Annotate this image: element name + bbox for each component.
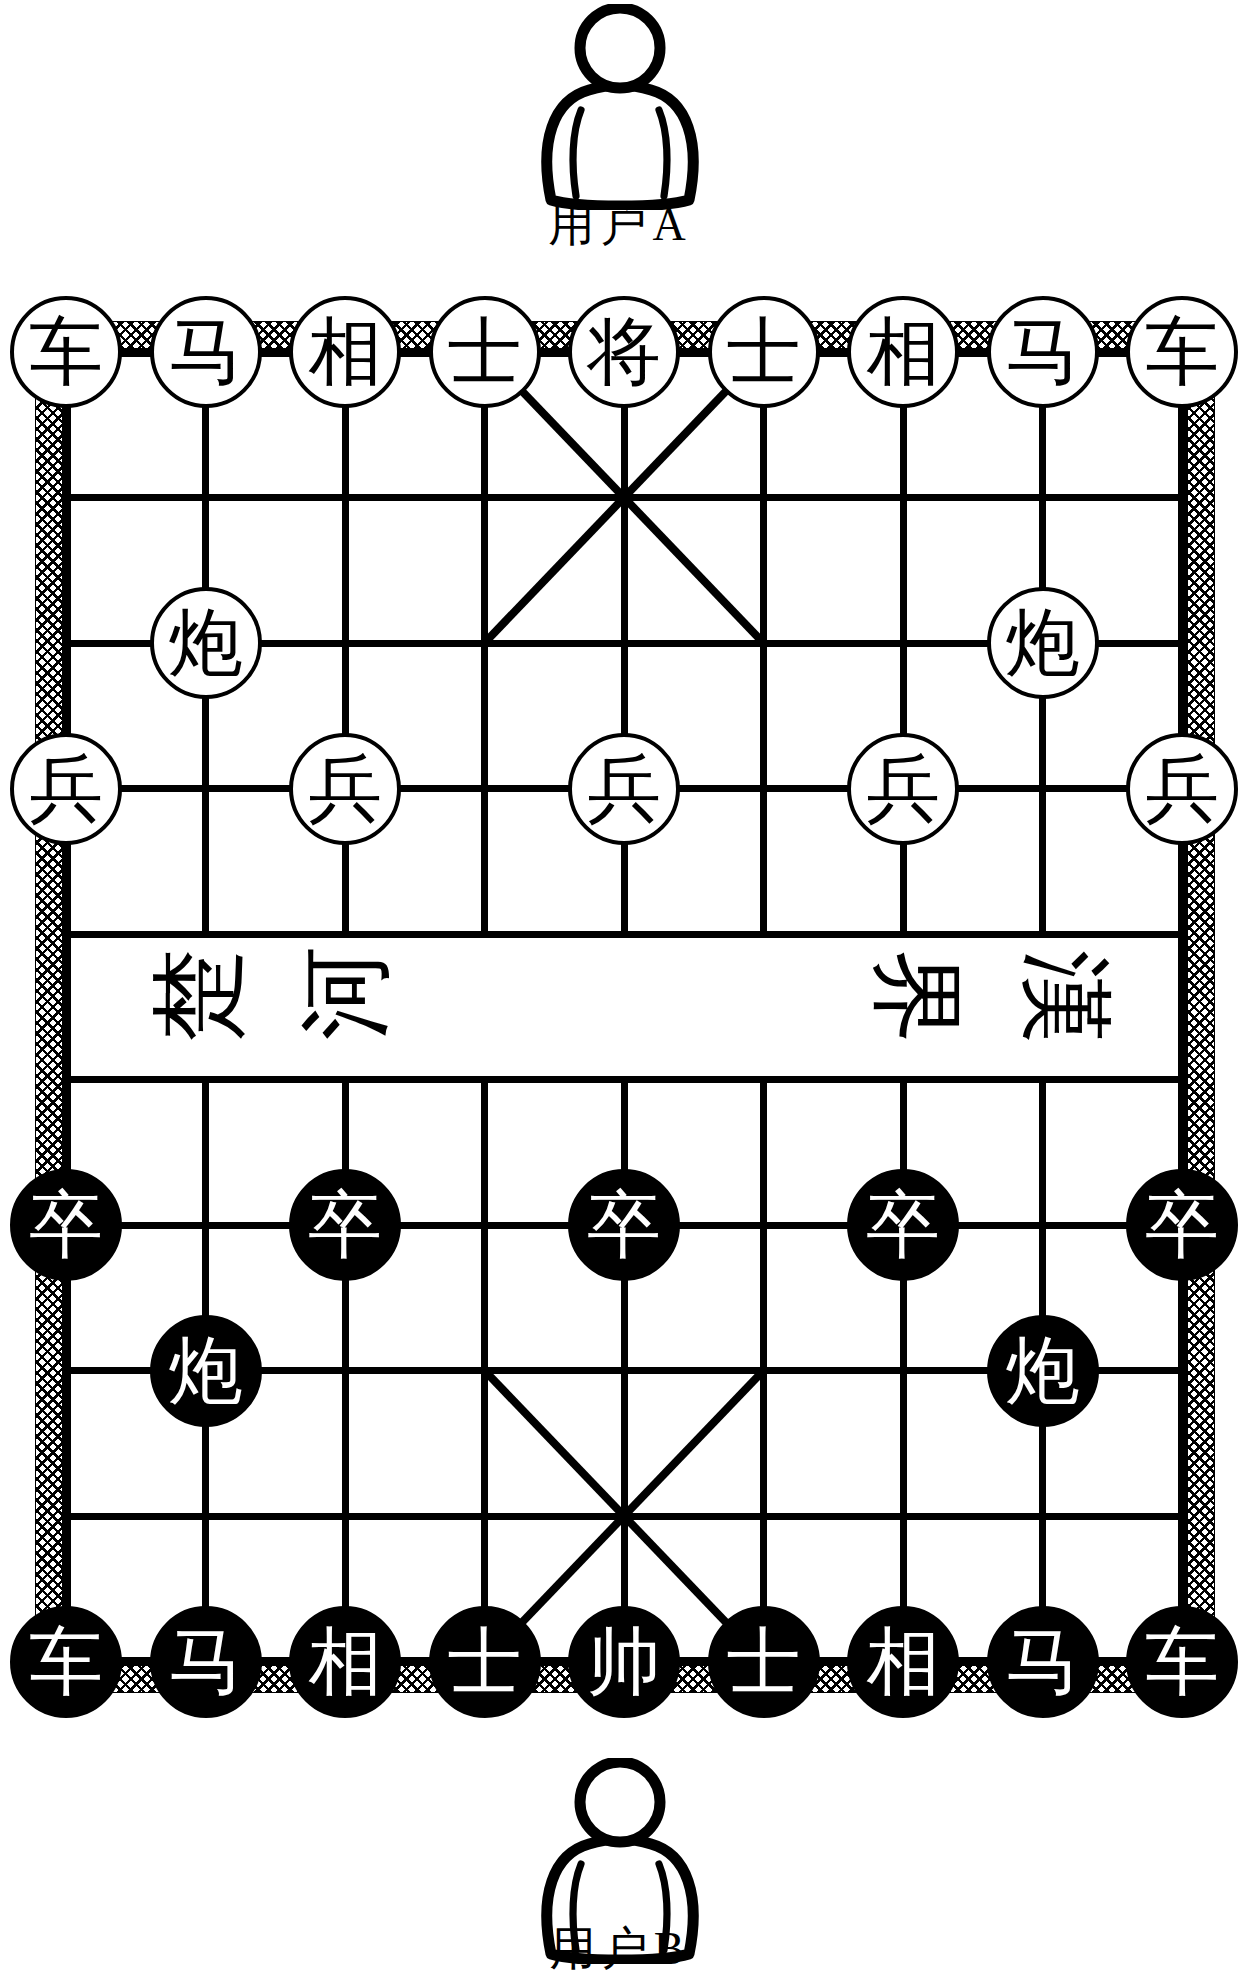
piece-马-top[interactable]: 马 — [150, 296, 262, 408]
piece-卒-bottom[interactable]: 卒 — [1126, 1169, 1238, 1281]
user-a-icon — [523, 4, 717, 210]
river-text-he: 河 — [298, 946, 392, 1040]
user-a-head — [580, 8, 660, 88]
piece-将-top[interactable]: 将 — [568, 296, 680, 408]
piece-马-top[interactable]: 马 — [987, 296, 1099, 408]
piece-兵-top[interactable]: 兵 — [1126, 733, 1238, 845]
piece-兵-top[interactable]: 兵 — [847, 733, 959, 845]
user-a-body — [547, 86, 693, 207]
piece-马-bottom[interactable]: 马 — [150, 1606, 262, 1718]
piece-炮-top[interactable]: 炮 — [150, 587, 262, 699]
piece-炮-bottom[interactable]: 炮 — [987, 1315, 1099, 1427]
piece-士-top[interactable]: 士 — [429, 296, 541, 408]
piece-炮-bottom[interactable]: 炮 — [150, 1315, 262, 1427]
piece-卒-bottom[interactable]: 卒 — [847, 1169, 959, 1281]
piece-相-bottom[interactable]: 相 — [289, 1606, 401, 1718]
piece-相-top[interactable]: 相 — [289, 296, 401, 408]
piece-卒-bottom[interactable]: 卒 — [568, 1169, 680, 1281]
piece-帅-bottom[interactable]: 帅 — [568, 1606, 680, 1718]
piece-马-bottom[interactable]: 马 — [987, 1606, 1099, 1718]
user-a-label: 用户A — [460, 194, 780, 256]
piece-兵-top[interactable]: 兵 — [289, 733, 401, 845]
piece-车-bottom[interactable]: 车 — [1126, 1606, 1238, 1718]
user-b-head — [580, 1762, 660, 1842]
piece-士-bottom[interactable]: 士 — [708, 1606, 820, 1718]
piece-相-bottom[interactable]: 相 — [847, 1606, 959, 1718]
figure-canvas: 用户A 楚 河 界 漢 车马相士将士相马车炮炮兵兵兵兵兵卒卒卒卒卒炮炮车马相士帅… — [0, 0, 1240, 1986]
piece-相-top[interactable]: 相 — [847, 296, 959, 408]
piece-士-bottom[interactable]: 士 — [429, 1606, 541, 1718]
piece-士-top[interactable]: 士 — [708, 296, 820, 408]
piece-炮-top[interactable]: 炮 — [987, 587, 1099, 699]
piece-卒-bottom[interactable]: 卒 — [10, 1169, 122, 1281]
user-b-label: 用户B — [460, 1918, 780, 1980]
piece-车-top[interactable]: 车 — [10, 296, 122, 408]
piece-兵-top[interactable]: 兵 — [10, 733, 122, 845]
piece-车-bottom[interactable]: 车 — [10, 1606, 122, 1718]
piece-卒-bottom[interactable]: 卒 — [289, 1169, 401, 1281]
river-text-han: 漢 — [1019, 950, 1113, 1044]
river-text-chu: 楚 — [151, 948, 245, 1042]
piece-车-top[interactable]: 车 — [1126, 296, 1238, 408]
river-text-jie: 界 — [870, 950, 964, 1044]
piece-兵-top[interactable]: 兵 — [568, 733, 680, 845]
